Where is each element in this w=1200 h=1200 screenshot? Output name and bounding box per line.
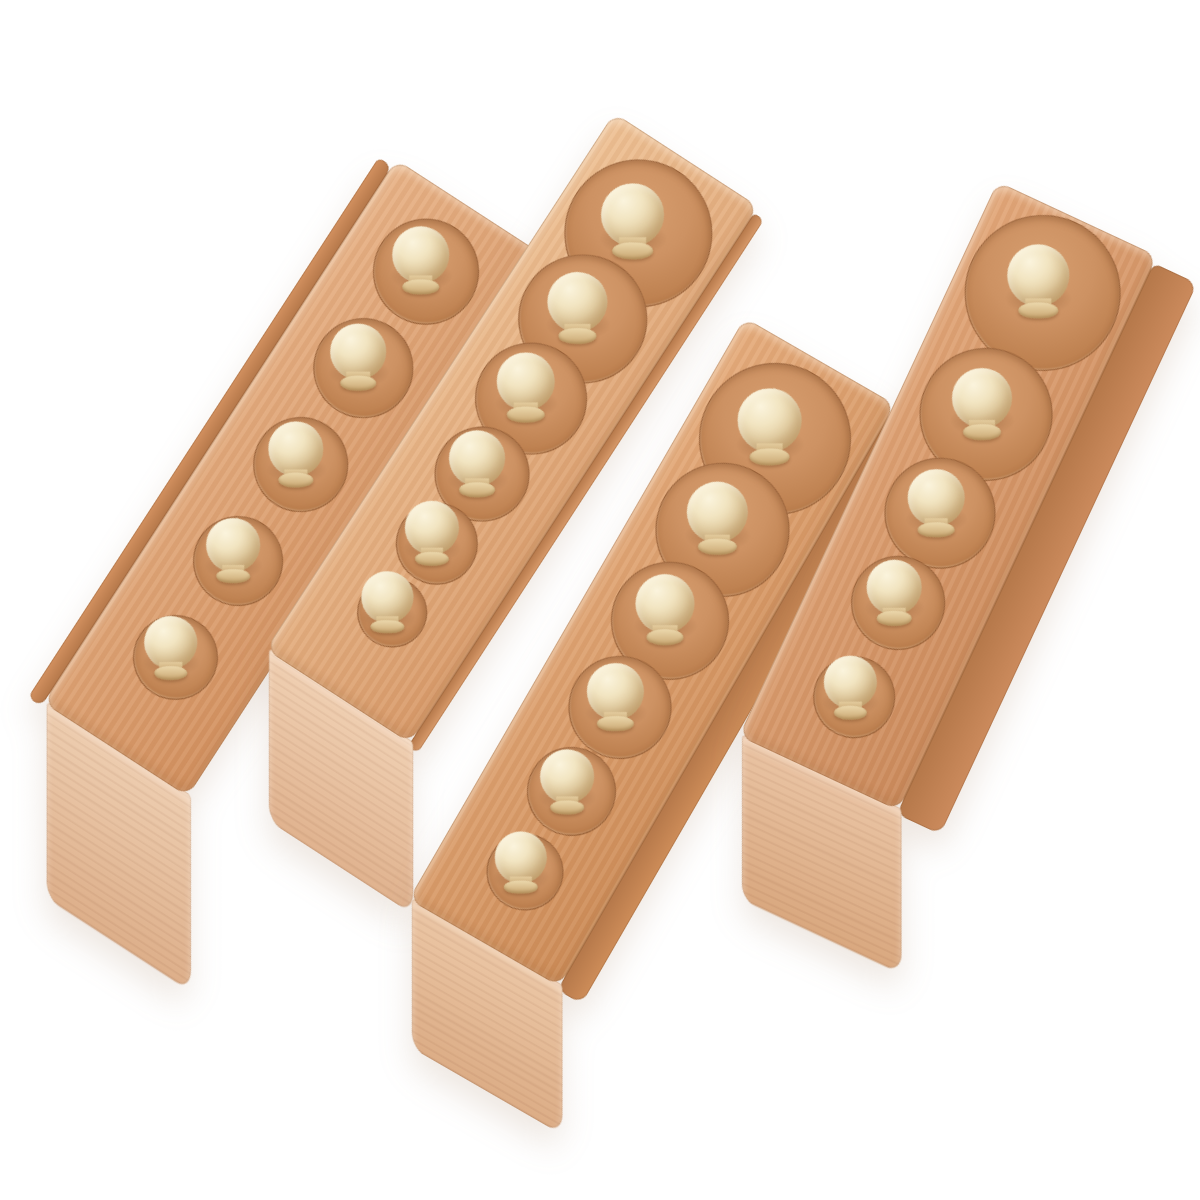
cylinder-knob[interactable]: [361, 571, 413, 633]
knob-flange: [749, 448, 790, 465]
cylinder-knob[interactable]: [144, 615, 197, 679]
cylinder-knob[interactable]: [952, 367, 1012, 439]
knob-flange: [340, 376, 376, 391]
knob-flange: [597, 716, 633, 731]
knob-ball: [907, 469, 964, 526]
knob-flange: [415, 551, 450, 565]
knob-ball: [540, 749, 594, 803]
knob-flange: [877, 611, 912, 626]
cylinder-knob[interactable]: [824, 656, 877, 720]
knob-ball: [144, 615, 197, 668]
cylinder-knob[interactable]: [687, 482, 748, 555]
cylinder-knob[interactable]: [449, 430, 505, 497]
cylinder-knob[interactable]: [601, 183, 664, 259]
knob-flange: [371, 620, 404, 634]
knob-ball: [449, 430, 505, 486]
cylinder-knob[interactable]: [907, 469, 964, 537]
cylinder-knob[interactable]: [636, 574, 695, 645]
cylinder-knob[interactable]: [1007, 244, 1069, 318]
product-photo-montessori-cylinder-blocks: [0, 0, 1200, 1200]
cylinder-knob[interactable]: [495, 831, 547, 893]
knob-flange: [459, 482, 495, 497]
knob-ball: [952, 367, 1012, 427]
knob-flange: [550, 799, 585, 813]
cylinder-knob[interactable]: [268, 421, 323, 487]
knob-flange: [507, 407, 544, 422]
knob-flange: [646, 629, 684, 645]
knob-flange: [504, 880, 537, 894]
knob-flange: [698, 539, 737, 555]
cylinder-knob[interactable]: [587, 662, 644, 730]
knob-flange: [558, 327, 596, 343]
cylinder-knob[interactable]: [206, 518, 260, 583]
cylinder-knob[interactable]: [392, 226, 449, 294]
knob-ball: [268, 421, 323, 476]
knob-flange: [963, 424, 1001, 440]
knob-flange: [612, 242, 652, 259]
cylinder-knob[interactable]: [497, 353, 555, 423]
cylinder-knob[interactable]: [540, 749, 594, 814]
knob-ball: [495, 831, 547, 883]
knob-flange: [1018, 302, 1058, 318]
cylinder-knob[interactable]: [330, 324, 386, 391]
cylinder-knob[interactable]: [867, 560, 922, 626]
knob-flange: [403, 280, 439, 295]
cylinder-knob[interactable]: [738, 388, 802, 465]
knob-ball: [547, 271, 607, 331]
cylinder-knob[interactable]: [405, 501, 459, 566]
knob-flange: [278, 472, 313, 487]
knob-flange: [918, 522, 954, 537]
knob-flange: [154, 665, 188, 679]
knob-flange: [833, 705, 867, 719]
cylinder-knob[interactable]: [547, 271, 607, 343]
knob-ball: [587, 662, 644, 719]
knob-flange: [216, 569, 251, 583]
